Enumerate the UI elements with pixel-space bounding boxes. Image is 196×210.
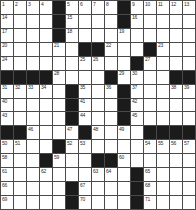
grid-cell[interactable] bbox=[40, 182, 53, 196]
grid-cell[interactable] bbox=[157, 71, 170, 85]
clue-number: 39 bbox=[184, 85, 189, 90]
grid-cell[interactable] bbox=[105, 182, 118, 196]
clue-number: 69 bbox=[2, 197, 7, 202]
grid-cell[interactable] bbox=[183, 15, 196, 29]
grid-cell[interactable] bbox=[14, 43, 27, 57]
clue-number: 46 bbox=[28, 127, 33, 132]
grid-cell[interactable] bbox=[66, 43, 79, 57]
clue-number: 24 bbox=[2, 57, 7, 62]
grid-cell[interactable]: 57 bbox=[183, 140, 196, 154]
grid-cell[interactable] bbox=[40, 15, 53, 29]
grid-cell[interactable]: 68 bbox=[144, 182, 157, 196]
clue-number: 10 bbox=[145, 2, 150, 7]
clue-number: 7 bbox=[93, 2, 95, 7]
grid-cell[interactable]: 47 bbox=[66, 126, 79, 140]
grid-cell[interactable]: 19 bbox=[118, 29, 131, 43]
black-cell bbox=[53, 140, 66, 154]
grid-cell[interactable]: 6 bbox=[79, 1, 92, 15]
grid-cell[interactable] bbox=[53, 182, 66, 196]
black-cell bbox=[66, 182, 79, 196]
clue-number: 57 bbox=[184, 141, 189, 146]
grid-cell[interactable] bbox=[157, 154, 170, 168]
grid-cell[interactable]: 18 bbox=[66, 29, 79, 43]
clue-number: 70 bbox=[80, 197, 85, 202]
grid-cell[interactable] bbox=[183, 112, 196, 126]
grid-cell[interactable]: 51 bbox=[14, 140, 27, 154]
clue-number: 17 bbox=[2, 29, 7, 34]
clue-number: 68 bbox=[145, 183, 150, 188]
grid-cell[interactable]: 61 bbox=[1, 168, 14, 182]
grid-cell[interactable] bbox=[105, 99, 118, 113]
clue-number: 59 bbox=[54, 155, 59, 160]
grid-cell[interactable]: 26 bbox=[92, 57, 105, 71]
grid-cell[interactable] bbox=[27, 29, 40, 43]
clue-number: 56 bbox=[171, 141, 176, 146]
grid-cell[interactable]: 9 bbox=[131, 1, 144, 15]
grid-cell[interactable]: 15 bbox=[66, 15, 79, 29]
grid-cell[interactable] bbox=[14, 15, 27, 29]
grid-cell[interactable] bbox=[40, 43, 53, 57]
black-cell bbox=[183, 126, 196, 140]
clue-number: 19 bbox=[119, 29, 124, 34]
grid-cell[interactable] bbox=[144, 29, 157, 43]
black-cell bbox=[66, 112, 79, 126]
grid-cell[interactable]: 21 bbox=[53, 43, 66, 57]
grid-cell[interactable]: 67 bbox=[79, 182, 92, 196]
black-cell bbox=[27, 71, 40, 85]
black-cell bbox=[53, 15, 66, 29]
grid-cell[interactable]: 30 bbox=[131, 71, 144, 85]
grid-cell[interactable]: 45 bbox=[131, 112, 144, 126]
clue-number: 63 bbox=[93, 169, 98, 174]
clue-number: 47 bbox=[67, 127, 72, 132]
grid-cell[interactable]: 33 bbox=[27, 85, 40, 99]
grid-cell[interactable] bbox=[105, 196, 118, 210]
clue-number: 51 bbox=[15, 141, 20, 146]
grid-cell[interactable] bbox=[14, 29, 27, 43]
black-cell bbox=[14, 71, 27, 85]
black-cell bbox=[118, 112, 131, 126]
grid-cell[interactable] bbox=[66, 168, 79, 182]
grid-cell[interactable] bbox=[183, 57, 196, 71]
grid-cell[interactable] bbox=[170, 99, 183, 113]
clue-number: 40 bbox=[2, 99, 7, 104]
clue-number: 28 bbox=[54, 71, 59, 76]
black-cell bbox=[157, 126, 170, 140]
grid-cell[interactable]: 5 bbox=[66, 1, 79, 15]
grid-cell[interactable] bbox=[53, 85, 66, 99]
clue-number: 44 bbox=[80, 113, 85, 118]
grid-cell[interactable]: 3 bbox=[27, 1, 40, 15]
black-cell bbox=[79, 43, 92, 57]
clue-number: 67 bbox=[80, 183, 85, 188]
black-cell bbox=[105, 71, 118, 85]
grid-cell[interactable]: 40 bbox=[1, 99, 14, 113]
clue-number: 53 bbox=[80, 141, 85, 146]
clue-number: 13 bbox=[184, 2, 189, 7]
grid-cell[interactable] bbox=[14, 57, 27, 71]
black-cell bbox=[92, 43, 105, 57]
grid-cell[interactable]: 59 bbox=[53, 154, 66, 168]
grid-cell[interactable] bbox=[53, 196, 66, 210]
clue-number: 49 bbox=[119, 127, 124, 132]
grid-cell[interactable] bbox=[118, 57, 131, 71]
grid-cell[interactable]: 60 bbox=[118, 154, 131, 168]
grid-cell[interactable] bbox=[144, 15, 157, 29]
black-cell bbox=[14, 126, 27, 140]
grid-cell[interactable]: 28 bbox=[53, 71, 66, 85]
clue-number: 55 bbox=[158, 141, 163, 146]
grid-cell[interactable] bbox=[53, 57, 66, 71]
grid-cell[interactable] bbox=[92, 85, 105, 99]
grid-cell[interactable]: 1 bbox=[1, 1, 14, 15]
black-cell bbox=[183, 71, 196, 85]
grid-cell[interactable] bbox=[14, 196, 27, 210]
grid-cell[interactable] bbox=[40, 140, 53, 154]
grid-cell[interactable] bbox=[183, 29, 196, 43]
grid-cell[interactable]: 12 bbox=[170, 1, 183, 15]
clue-number: 33 bbox=[28, 85, 33, 90]
grid-cell[interactable]: 63 bbox=[92, 168, 105, 182]
grid-cell[interactable]: 44 bbox=[79, 112, 92, 126]
clue-number: 42 bbox=[132, 99, 137, 104]
grid-cell[interactable] bbox=[27, 43, 40, 57]
grid-cell[interactable]: 10 bbox=[144, 1, 157, 15]
clue-number: 48 bbox=[93, 127, 98, 132]
clue-number: 36 bbox=[106, 85, 111, 90]
clue-number: 25 bbox=[80, 57, 85, 62]
clue-number: 31 bbox=[2, 85, 7, 90]
grid-cell[interactable] bbox=[27, 99, 40, 113]
grid-cell[interactable]: 32 bbox=[14, 85, 27, 99]
grid-cell[interactable] bbox=[14, 168, 27, 182]
clue-number: 6 bbox=[80, 2, 82, 7]
grid-cell[interactable] bbox=[27, 182, 40, 196]
grid-cell[interactable] bbox=[92, 196, 105, 210]
clue-number: 58 bbox=[2, 155, 7, 160]
clue-number: 14 bbox=[2, 15, 7, 20]
grid-cell[interactable] bbox=[183, 99, 196, 113]
grid-cell[interactable] bbox=[40, 112, 53, 126]
grid-cell[interactable] bbox=[118, 43, 131, 57]
black-cell bbox=[66, 196, 79, 210]
black-cell bbox=[1, 71, 14, 85]
grid-cell[interactable]: 20 bbox=[1, 43, 14, 57]
grid-cell[interactable]: 35 bbox=[79, 85, 92, 99]
clue-number: 35 bbox=[80, 85, 85, 90]
grid-cell[interactable] bbox=[131, 43, 144, 57]
grid-cell[interactable] bbox=[105, 57, 118, 71]
grid-cell[interactable] bbox=[170, 29, 183, 43]
clue-number: 71 bbox=[145, 197, 150, 202]
clue-number: 16 bbox=[132, 15, 137, 20]
clue-number: 30 bbox=[132, 71, 137, 76]
grid-cell[interactable] bbox=[157, 85, 170, 99]
black-cell bbox=[40, 71, 53, 85]
clue-number: 18 bbox=[67, 29, 72, 34]
grid-cell[interactable]: 37 bbox=[131, 85, 144, 99]
grid-cell[interactable] bbox=[183, 182, 196, 196]
clue-number: 20 bbox=[2, 43, 7, 48]
black-cell bbox=[118, 15, 131, 29]
grid-cell[interactable] bbox=[170, 168, 183, 182]
grid-cell[interactable] bbox=[79, 15, 92, 29]
black-cell bbox=[131, 196, 144, 210]
grid-cell[interactable] bbox=[40, 29, 53, 43]
grid-cell[interactable] bbox=[183, 168, 196, 182]
grid-cell[interactable]: 16 bbox=[131, 15, 144, 29]
grid-cell[interactable]: 36 bbox=[105, 85, 118, 99]
clue-number: 2 bbox=[15, 2, 17, 7]
grid-cell[interactable] bbox=[27, 15, 40, 29]
grid-cell[interactable]: 64 bbox=[105, 168, 118, 182]
grid-cell[interactable]: 31 bbox=[1, 85, 14, 99]
grid-cell[interactable] bbox=[157, 15, 170, 29]
clue-number: 64 bbox=[106, 169, 111, 174]
black-cell bbox=[1, 126, 14, 140]
clue-number: 29 bbox=[119, 71, 124, 76]
grid-cell[interactable] bbox=[79, 168, 92, 182]
clue-number: 5 bbox=[67, 2, 69, 7]
grid-cell[interactable] bbox=[27, 140, 40, 154]
clue-number: 61 bbox=[2, 169, 7, 174]
grid-cell[interactable]: 52 bbox=[66, 140, 79, 154]
black-cell bbox=[105, 154, 118, 168]
grid-cell[interactable] bbox=[92, 99, 105, 113]
black-cell bbox=[170, 126, 183, 140]
grid-cell[interactable] bbox=[27, 112, 40, 126]
grid-cell[interactable] bbox=[118, 140, 131, 154]
grid-cell[interactable] bbox=[66, 71, 79, 85]
grid-cell[interactable]: 8 bbox=[105, 1, 118, 15]
black-cell bbox=[40, 154, 53, 168]
clue-number: 45 bbox=[132, 113, 137, 118]
grid-cell[interactable] bbox=[66, 57, 79, 71]
grid-cell[interactable] bbox=[170, 182, 183, 196]
grid-cell[interactable] bbox=[27, 168, 40, 182]
grid-cell[interactable] bbox=[79, 29, 92, 43]
grid-cell[interactable] bbox=[79, 71, 92, 85]
grid-cell[interactable]: 48 bbox=[92, 126, 105, 140]
grid-cell[interactable] bbox=[79, 154, 92, 168]
clue-number: 23 bbox=[158, 43, 163, 48]
grid-cell[interactable]: 17 bbox=[1, 29, 14, 43]
grid-cell[interactable] bbox=[118, 196, 131, 210]
grid-cell[interactable] bbox=[53, 99, 66, 113]
black-cell bbox=[131, 182, 144, 196]
grid-cell[interactable] bbox=[170, 43, 183, 57]
clue-number: 34 bbox=[41, 85, 46, 90]
grid-cell[interactable] bbox=[183, 43, 196, 57]
grid-cell[interactable]: 55 bbox=[157, 140, 170, 154]
grid-cell[interactable] bbox=[170, 57, 183, 71]
grid-cell[interactable]: 27 bbox=[144, 57, 157, 71]
clue-number: 1 bbox=[2, 2, 4, 7]
grid-cell[interactable] bbox=[40, 126, 53, 140]
grid-cell[interactable] bbox=[92, 29, 105, 43]
grid-cell[interactable] bbox=[183, 154, 196, 168]
grid-cell[interactable] bbox=[157, 29, 170, 43]
grid-cell[interactable]: 62 bbox=[40, 168, 53, 182]
grid-cell[interactable] bbox=[53, 126, 66, 140]
grid-cell[interactable]: 50 bbox=[1, 140, 14, 154]
grid-cell[interactable]: 46 bbox=[27, 126, 40, 140]
grid-cell[interactable] bbox=[105, 112, 118, 126]
grid-cell[interactable] bbox=[157, 57, 170, 71]
grid-cell[interactable] bbox=[14, 182, 27, 196]
grid-cell[interactable] bbox=[131, 154, 144, 168]
clue-number: 27 bbox=[145, 57, 150, 62]
clue-number: 12 bbox=[171, 2, 176, 7]
grid-cell[interactable] bbox=[92, 71, 105, 85]
clue-number: 38 bbox=[171, 85, 176, 90]
grid-cell[interactable] bbox=[157, 196, 170, 210]
black-cell bbox=[170, 71, 183, 85]
clue-number: 15 bbox=[67, 15, 72, 20]
grid-cell[interactable] bbox=[157, 112, 170, 126]
grid-cell[interactable]: 53 bbox=[79, 140, 92, 154]
grid-cell[interactable] bbox=[157, 182, 170, 196]
clue-number: 62 bbox=[41, 169, 46, 174]
clue-number: 65 bbox=[145, 169, 150, 174]
grid-cell[interactable] bbox=[66, 154, 79, 168]
black-cell bbox=[118, 85, 131, 99]
clue-number: 21 bbox=[54, 43, 59, 48]
black-cell bbox=[79, 126, 92, 140]
grid-cell[interactable] bbox=[105, 29, 118, 43]
black-cell bbox=[131, 57, 144, 71]
grid-cell[interactable] bbox=[92, 15, 105, 29]
clue-number: 52 bbox=[67, 141, 72, 146]
grid-cell[interactable] bbox=[144, 85, 157, 99]
grid-cell[interactable]: 66 bbox=[1, 182, 14, 196]
clue-number: 60 bbox=[119, 155, 124, 160]
clue-number: 4 bbox=[41, 2, 43, 7]
black-cell bbox=[131, 168, 144, 182]
black-cell bbox=[53, 1, 66, 15]
grid-cell[interactable] bbox=[183, 196, 196, 210]
grid-cell[interactable]: 23 bbox=[157, 43, 170, 57]
grid-cell[interactable] bbox=[14, 99, 27, 113]
black-cell bbox=[53, 29, 66, 43]
grid-cell[interactable]: 42 bbox=[131, 99, 144, 113]
grid-cell[interactable] bbox=[27, 196, 40, 210]
grid-cell[interactable] bbox=[144, 112, 157, 126]
grid-cell[interactable] bbox=[14, 154, 27, 168]
grid-cell[interactable]: 70 bbox=[79, 196, 92, 210]
grid-cell[interactable] bbox=[92, 112, 105, 126]
black-cell bbox=[118, 1, 131, 15]
clue-number: 11 bbox=[158, 2, 163, 7]
clue-number: 26 bbox=[93, 57, 98, 62]
grid-cell[interactable] bbox=[27, 57, 40, 71]
black-cell bbox=[118, 99, 131, 113]
clue-number: 41 bbox=[80, 99, 85, 104]
grid-cell[interactable] bbox=[40, 99, 53, 113]
grid-cell[interactable]: 65 bbox=[144, 168, 157, 182]
grid-cell[interactable] bbox=[27, 154, 40, 168]
grid-cell[interactable] bbox=[170, 112, 183, 126]
grid-cell[interactable] bbox=[53, 168, 66, 182]
grid-cell[interactable]: 4 bbox=[40, 1, 53, 15]
clue-number: 50 bbox=[2, 141, 7, 146]
grid-cell[interactable]: 71 bbox=[144, 196, 157, 210]
grid-cell[interactable]: 34 bbox=[40, 85, 53, 99]
grid-cell[interactable] bbox=[118, 168, 131, 182]
clue-number: 43 bbox=[2, 113, 7, 118]
grid-cell[interactable] bbox=[144, 71, 157, 85]
grid-cell[interactable]: 2 bbox=[14, 1, 27, 15]
grid-cell[interactable] bbox=[118, 182, 131, 196]
grid-cell[interactable] bbox=[92, 182, 105, 196]
grid-cell[interactable]: 13 bbox=[183, 1, 196, 15]
grid-cell[interactable]: 49 bbox=[118, 126, 131, 140]
grid-cell[interactable] bbox=[131, 29, 144, 43]
grid-cell[interactable] bbox=[92, 140, 105, 154]
clue-number: 22 bbox=[106, 43, 111, 48]
grid-cell[interactable] bbox=[157, 168, 170, 182]
grid-cell[interactable] bbox=[105, 15, 118, 29]
grid-cell[interactable]: 56 bbox=[170, 140, 183, 154]
grid-cell[interactable] bbox=[170, 154, 183, 168]
grid-cell[interactable]: 11 bbox=[157, 1, 170, 15]
black-cell bbox=[66, 85, 79, 99]
grid-cell[interactable] bbox=[144, 99, 157, 113]
grid-cell[interactable]: 25 bbox=[79, 57, 92, 71]
grid-cell[interactable] bbox=[131, 140, 144, 154]
clue-number: 8 bbox=[106, 2, 108, 7]
grid-cell[interactable] bbox=[131, 126, 144, 140]
grid-cell[interactable] bbox=[170, 196, 183, 210]
grid-cell[interactable] bbox=[40, 57, 53, 71]
grid-cell[interactable] bbox=[53, 112, 66, 126]
grid-cell[interactable] bbox=[40, 196, 53, 210]
grid-cell[interactable] bbox=[144, 154, 157, 168]
grid-cell[interactable]: 24 bbox=[1, 57, 14, 71]
grid-cell[interactable]: 39 bbox=[183, 85, 196, 99]
grid-cell[interactable]: 29 bbox=[118, 71, 131, 85]
grid-cell[interactable]: 7 bbox=[92, 1, 105, 15]
grid-cell[interactable] bbox=[105, 126, 118, 140]
black-cell bbox=[144, 43, 157, 57]
grid-cell[interactable] bbox=[170, 15, 183, 29]
black-cell bbox=[66, 99, 79, 113]
grid-cell[interactable]: 54 bbox=[144, 140, 157, 154]
grid-cell[interactable]: 41 bbox=[79, 99, 92, 113]
clue-number: 37 bbox=[132, 85, 137, 90]
clue-number: 32 bbox=[15, 85, 20, 90]
grid-cell[interactable]: 69 bbox=[1, 196, 14, 210]
grid-cell[interactable] bbox=[157, 99, 170, 113]
grid-cell[interactable]: 43 bbox=[1, 112, 14, 126]
grid-cell[interactable] bbox=[14, 112, 27, 126]
clue-number: 3 bbox=[28, 2, 30, 7]
grid-cell[interactable] bbox=[105, 140, 118, 154]
grid-cell[interactable]: 14 bbox=[1, 15, 14, 29]
grid-cell[interactable]: 22 bbox=[105, 43, 118, 57]
crossword-grid: 1234567891011121314151617181920212223242… bbox=[0, 0, 196, 210]
black-cell bbox=[144, 126, 157, 140]
clue-number: 66 bbox=[2, 183, 7, 188]
black-cell bbox=[92, 154, 105, 168]
clue-number: 9 bbox=[132, 2, 134, 7]
grid-cell[interactable]: 38 bbox=[170, 85, 183, 99]
clue-number: 54 bbox=[145, 141, 150, 146]
grid-cell[interactable]: 58 bbox=[1, 154, 14, 168]
